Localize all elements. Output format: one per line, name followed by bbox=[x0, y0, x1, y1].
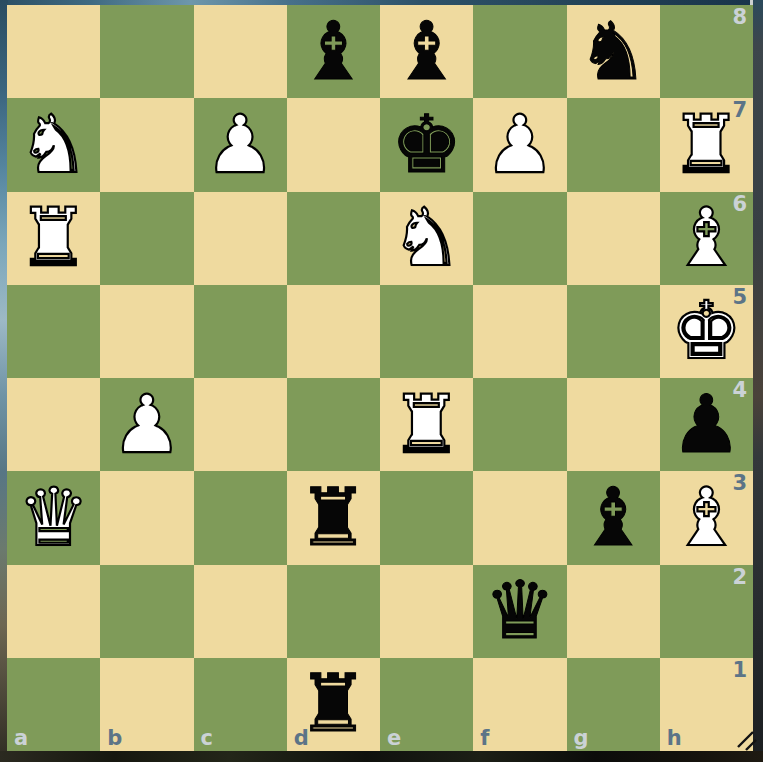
square-c8[interactable] bbox=[194, 5, 287, 98]
square-f4[interactable] bbox=[473, 378, 566, 471]
window-edge-bottom bbox=[0, 751, 763, 762]
piece-white-queen[interactable]: ♛ bbox=[7, 471, 100, 564]
square-h2[interactable]: 2 bbox=[660, 565, 753, 658]
square-h7[interactable]: 7♜ bbox=[660, 98, 753, 191]
square-e6[interactable]: ♞ bbox=[380, 192, 473, 285]
square-d3[interactable]: ♜ bbox=[287, 471, 380, 564]
piece-black-rook[interactable]: ♜ bbox=[287, 471, 380, 564]
square-g8[interactable]: ♞ bbox=[567, 5, 660, 98]
piece-white-knight[interactable]: ♞ bbox=[7, 98, 100, 191]
file-label-b: b bbox=[107, 727, 122, 750]
square-b2[interactable] bbox=[100, 565, 193, 658]
square-g6[interactable] bbox=[567, 192, 660, 285]
square-d1[interactable]: d♜ bbox=[287, 658, 380, 751]
file-label-h: h bbox=[667, 727, 682, 750]
square-c2[interactable] bbox=[194, 565, 287, 658]
square-c3[interactable] bbox=[194, 471, 287, 564]
square-b5[interactable] bbox=[100, 285, 193, 378]
piece-black-king[interactable]: ♚ bbox=[380, 98, 473, 191]
square-a8[interactable] bbox=[7, 5, 100, 98]
file-label-c: c bbox=[201, 727, 213, 750]
piece-white-rook[interactable]: ♜ bbox=[660, 98, 753, 191]
piece-white-pawn[interactable]: ♟ bbox=[473, 98, 566, 191]
square-h8[interactable]: 8 bbox=[660, 5, 753, 98]
square-h6[interactable]: 6♝ bbox=[660, 192, 753, 285]
piece-black-bishop[interactable]: ♝ bbox=[380, 5, 473, 98]
square-d6[interactable] bbox=[287, 192, 380, 285]
file-label-f: f bbox=[480, 727, 489, 750]
square-g7[interactable] bbox=[567, 98, 660, 191]
piece-white-pawn[interactable]: ♟ bbox=[194, 98, 287, 191]
rank-label-1: 1 bbox=[732, 659, 747, 682]
piece-black-pawn[interactable]: ♟ bbox=[660, 378, 753, 471]
square-b6[interactable] bbox=[100, 192, 193, 285]
square-c4[interactable] bbox=[194, 378, 287, 471]
piece-white-bishop[interactable]: ♝ bbox=[660, 471, 753, 564]
square-e8[interactable]: ♝ bbox=[380, 5, 473, 98]
square-d7[interactable] bbox=[287, 98, 380, 191]
square-d5[interactable] bbox=[287, 285, 380, 378]
square-b4[interactable]: ♟ bbox=[100, 378, 193, 471]
square-b3[interactable] bbox=[100, 471, 193, 564]
square-f6[interactable] bbox=[473, 192, 566, 285]
square-a5[interactable] bbox=[7, 285, 100, 378]
square-a1[interactable]: a bbox=[7, 658, 100, 751]
piece-white-knight[interactable]: ♞ bbox=[380, 192, 473, 285]
piece-black-rook[interactable]: ♜ bbox=[287, 658, 380, 751]
square-g5[interactable] bbox=[567, 285, 660, 378]
square-a4[interactable] bbox=[7, 378, 100, 471]
square-a6[interactable]: ♜ bbox=[7, 192, 100, 285]
piece-white-rook[interactable]: ♜ bbox=[380, 378, 473, 471]
piece-white-king[interactable]: ♚ bbox=[660, 285, 753, 378]
square-g4[interactable] bbox=[567, 378, 660, 471]
square-g3[interactable]: ♝ bbox=[567, 471, 660, 564]
file-label-a: a bbox=[14, 727, 28, 750]
square-h3[interactable]: 3♝ bbox=[660, 471, 753, 564]
square-c5[interactable] bbox=[194, 285, 287, 378]
square-c1[interactable]: c bbox=[194, 658, 287, 751]
piece-black-knight[interactable]: ♞ bbox=[567, 5, 660, 98]
square-c6[interactable] bbox=[194, 192, 287, 285]
square-a7[interactable]: ♞ bbox=[7, 98, 100, 191]
square-e2[interactable] bbox=[380, 565, 473, 658]
square-e7[interactable]: ♚ bbox=[380, 98, 473, 191]
square-f7[interactable]: ♟ bbox=[473, 98, 566, 191]
square-d2[interactable] bbox=[287, 565, 380, 658]
piece-white-pawn[interactable]: ♟ bbox=[100, 378, 193, 471]
piece-black-bishop[interactable]: ♝ bbox=[287, 5, 380, 98]
square-e5[interactable] bbox=[380, 285, 473, 378]
square-a2[interactable] bbox=[7, 565, 100, 658]
square-f2[interactable]: ♛ bbox=[473, 565, 566, 658]
square-e3[interactable] bbox=[380, 471, 473, 564]
square-d8[interactable]: ♝ bbox=[287, 5, 380, 98]
piece-black-bishop[interactable]: ♝ bbox=[567, 471, 660, 564]
square-e4[interactable]: ♜ bbox=[380, 378, 473, 471]
piece-white-rook[interactable]: ♜ bbox=[7, 192, 100, 285]
square-h4[interactable]: 4♟ bbox=[660, 378, 753, 471]
square-h5[interactable]: 5♚ bbox=[660, 285, 753, 378]
square-d4[interactable] bbox=[287, 378, 380, 471]
rank-label-8: 8 bbox=[732, 6, 747, 29]
square-e1[interactable]: e bbox=[380, 658, 473, 751]
square-f3[interactable] bbox=[473, 471, 566, 564]
file-label-g: g bbox=[574, 727, 589, 750]
square-b7[interactable] bbox=[100, 98, 193, 191]
square-b1[interactable]: b bbox=[100, 658, 193, 751]
piece-white-bishop[interactable]: ♝ bbox=[660, 192, 753, 285]
file-label-e: e bbox=[387, 727, 401, 750]
square-f8[interactable] bbox=[473, 5, 566, 98]
square-f5[interactable] bbox=[473, 285, 566, 378]
square-b8[interactable] bbox=[100, 5, 193, 98]
square-g2[interactable] bbox=[567, 565, 660, 658]
resize-handle-icon[interactable] bbox=[735, 729, 757, 751]
rank-label-2: 2 bbox=[732, 566, 747, 589]
piece-black-queen[interactable]: ♛ bbox=[473, 565, 566, 658]
square-a3[interactable]: ♛ bbox=[7, 471, 100, 564]
chess-board: ♝♝♞8♞♟♚♟7♜♜♞6♝5♚♟♜4♟♛♜♝3♝♛2abcd♜efg1h bbox=[7, 5, 753, 751]
square-g1[interactable]: g bbox=[567, 658, 660, 751]
square-f1[interactable]: f bbox=[473, 658, 566, 751]
square-c7[interactable]: ♟ bbox=[194, 98, 287, 191]
